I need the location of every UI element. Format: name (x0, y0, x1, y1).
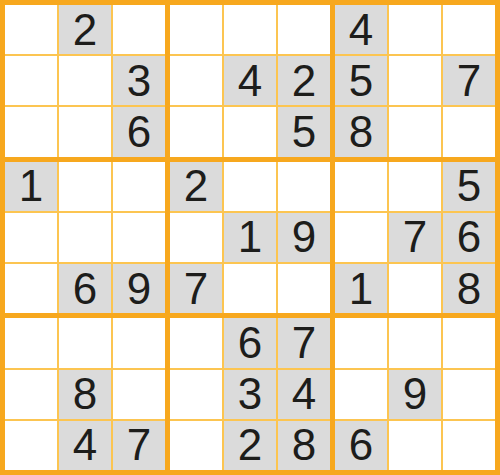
cell-r4c3[interactable] (113, 162, 165, 211)
cell-r8c5[interactable]: 3 (224, 370, 276, 419)
cell-r2c6[interactable]: 2 (278, 56, 330, 105)
cell-r3c2[interactable] (59, 107, 111, 156)
cell-r1c5[interactable] (224, 5, 276, 54)
cell-r6c4[interactable]: 7 (170, 264, 222, 313)
cell-r8c4[interactable] (170, 370, 222, 419)
cell-r9c7[interactable]: 6 (335, 421, 387, 470)
sudoku-box-r2c1: 169 (5, 162, 165, 314)
cell-r2c8[interactable] (389, 56, 441, 105)
cell-r8c1[interactable] (5, 370, 57, 419)
cell-r6c7[interactable]: 1 (335, 264, 387, 313)
cell-r1c2[interactable]: 2 (59, 5, 111, 54)
cell-r3c7[interactable]: 8 (335, 107, 387, 156)
cell-r6c9[interactable]: 8 (443, 264, 495, 313)
cell-r5c8[interactable]: 7 (389, 213, 441, 262)
cell-r5c6[interactable]: 9 (278, 213, 330, 262)
cell-r2c7[interactable]: 5 (335, 56, 387, 105)
cell-r2c3[interactable]: 3 (113, 56, 165, 105)
cell-r8c6[interactable]: 4 (278, 370, 330, 419)
cell-r1c9[interactable] (443, 5, 495, 54)
cell-r5c1[interactable] (5, 213, 57, 262)
cell-r8c9[interactable] (443, 370, 495, 419)
cell-r9c6[interactable]: 8 (278, 421, 330, 470)
cell-r9c4[interactable] (170, 421, 222, 470)
cell-r4c5[interactable] (224, 162, 276, 211)
cell-r6c3[interactable]: 9 (113, 264, 165, 313)
cell-r6c8[interactable] (389, 264, 441, 313)
sudoku-box-r3c3: 96 (335, 318, 495, 470)
cell-r1c7[interactable]: 4 (335, 5, 387, 54)
cell-r7c2[interactable] (59, 318, 111, 367)
cell-r2c2[interactable] (59, 56, 111, 105)
cell-r8c3[interactable] (113, 370, 165, 419)
sudoku-box-r1c3: 4578 (335, 5, 495, 157)
cell-r7c9[interactable] (443, 318, 495, 367)
cell-r4c1[interactable]: 1 (5, 162, 57, 211)
cell-r6c2[interactable]: 6 (59, 264, 111, 313)
cell-r5c2[interactable] (59, 213, 111, 262)
cell-r8c2[interactable]: 8 (59, 370, 111, 419)
cell-r7c5[interactable]: 6 (224, 318, 276, 367)
cell-r3c1[interactable] (5, 107, 57, 156)
cell-r5c3[interactable] (113, 213, 165, 262)
cell-r1c6[interactable] (278, 5, 330, 54)
cell-r8c8[interactable]: 9 (389, 370, 441, 419)
cell-r7c7[interactable] (335, 318, 387, 367)
cell-r3c3[interactable]: 6 (113, 107, 165, 156)
cell-r3c8[interactable] (389, 107, 441, 156)
cell-r4c2[interactable] (59, 162, 111, 211)
cell-r1c1[interactable] (5, 5, 57, 54)
cell-r3c4[interactable] (170, 107, 222, 156)
cell-r9c5[interactable]: 2 (224, 421, 276, 470)
sudoku-box-r3c2: 673428 (170, 318, 330, 470)
cell-r2c1[interactable] (5, 56, 57, 105)
cell-r6c6[interactable] (278, 264, 330, 313)
cell-r6c5[interactable] (224, 264, 276, 313)
cell-r5c5[interactable]: 1 (224, 213, 276, 262)
cell-r1c3[interactable] (113, 5, 165, 54)
cell-r9c8[interactable] (389, 421, 441, 470)
cell-r7c3[interactable] (113, 318, 165, 367)
cell-r5c9[interactable]: 6 (443, 213, 495, 262)
sudoku-board: 236425457816921975761884767342896 (0, 0, 500, 475)
cell-r8c7[interactable] (335, 370, 387, 419)
cell-r7c1[interactable] (5, 318, 57, 367)
cell-r9c3[interactable]: 7 (113, 421, 165, 470)
cell-r2c4[interactable] (170, 56, 222, 105)
cell-r3c5[interactable] (224, 107, 276, 156)
cell-r4c9[interactable]: 5 (443, 162, 495, 211)
cell-r9c2[interactable]: 4 (59, 421, 111, 470)
cell-r7c6[interactable]: 7 (278, 318, 330, 367)
cell-r3c6[interactable]: 5 (278, 107, 330, 156)
cell-r4c8[interactable] (389, 162, 441, 211)
cell-r9c1[interactable] (5, 421, 57, 470)
sudoku-box-r1c2: 425 (170, 5, 330, 157)
cell-r2c9[interactable]: 7 (443, 56, 495, 105)
cell-r3c9[interactable] (443, 107, 495, 156)
cell-r1c8[interactable] (389, 5, 441, 54)
cell-r5c7[interactable] (335, 213, 387, 262)
sudoku-box-r2c2: 2197 (170, 162, 330, 314)
cell-r5c4[interactable] (170, 213, 222, 262)
cell-r4c4[interactable]: 2 (170, 162, 222, 211)
sudoku-box-r2c3: 57618 (335, 162, 495, 314)
cell-r2c5[interactable]: 4 (224, 56, 276, 105)
sudoku-box-r3c1: 847 (5, 318, 165, 470)
cell-r1c4[interactable] (170, 5, 222, 54)
cell-r4c6[interactable] (278, 162, 330, 211)
cell-r6c1[interactable] (5, 264, 57, 313)
cell-r9c9[interactable] (443, 421, 495, 470)
cell-r7c8[interactable] (389, 318, 441, 367)
cell-r7c4[interactable] (170, 318, 222, 367)
sudoku-box-r1c1: 236 (5, 5, 165, 157)
cell-r4c7[interactable] (335, 162, 387, 211)
